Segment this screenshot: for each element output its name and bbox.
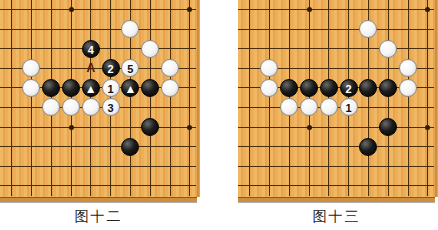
black-stone: [300, 79, 318, 97]
grid-hline: [0, 146, 196, 147]
white-stone: [379, 40, 397, 58]
black-stone: [379, 79, 397, 97]
white-stone: [280, 98, 298, 116]
white-stone-move-1: 1: [340, 98, 358, 116]
triangle-mark: ▲: [85, 82, 97, 96]
star-point: [307, 125, 312, 130]
black-stone: [42, 79, 60, 97]
white-stone: [399, 79, 417, 97]
black-stone-move-4: 4: [82, 40, 100, 58]
black-stone: [320, 79, 338, 97]
black-stone-move-2: 2: [102, 59, 120, 77]
board-bottom-edge: [0, 197, 197, 203]
grid-hline: [0, 9, 196, 10]
black-stone: [141, 118, 159, 136]
grid-hline: [0, 29, 196, 30]
go-board-figure-12: ▲1▲3254A: [0, 0, 197, 197]
white-stone: [399, 59, 417, 77]
black-stone: [379, 118, 397, 136]
white-stone: [161, 79, 179, 97]
page: { "game": "go (weiqi) problem diagrams, …: [0, 0, 438, 230]
star-point: [69, 125, 74, 130]
star-point: [69, 7, 74, 12]
white-stone: [82, 98, 100, 116]
white-stone: [320, 98, 338, 116]
grid-hline: [238, 185, 434, 186]
white-stone: [260, 79, 278, 97]
grid-hline: [238, 146, 434, 147]
grid-hline: [0, 127, 196, 128]
black-stone-triangle-marked: ▲: [82, 79, 100, 97]
grid-hline: [0, 185, 196, 186]
white-stone-move-1: 1: [102, 79, 120, 97]
grid-hline: [0, 166, 196, 167]
white-stone: [22, 79, 40, 97]
white-stone: [22, 59, 40, 77]
white-stone-move-3: 3: [102, 98, 120, 116]
grid-hline: [238, 9, 434, 10]
grid-hline: [238, 48, 434, 49]
white-stone: [141, 40, 159, 58]
board-bottom-edge: [238, 197, 435, 203]
star-point: [307, 7, 312, 12]
black-stone: [62, 79, 80, 97]
triangle-mark: ▲: [124, 82, 136, 96]
star-point: [425, 125, 430, 130]
point-label-A: A: [82, 59, 100, 77]
caption-figure-12: 图十二: [0, 208, 197, 226]
black-stone-move-2: 2: [340, 79, 358, 97]
black-stone: [359, 79, 377, 97]
black-stone: [141, 79, 159, 97]
go-board-figure-13: 21: [238, 0, 435, 197]
grid-hline: [238, 127, 434, 128]
grid-hline: [238, 29, 434, 30]
white-stone: [42, 98, 60, 116]
black-stone-triangle-marked: ▲: [121, 79, 139, 97]
black-stone: [121, 138, 139, 156]
black-stone: [280, 79, 298, 97]
star-point: [187, 125, 192, 130]
white-stone: [260, 59, 278, 77]
white-stone: [359, 20, 377, 38]
caption-figure-13: 图十三: [238, 208, 435, 226]
board-right-edge: [197, 0, 200, 197]
star-point: [425, 7, 430, 12]
star-point: [187, 7, 192, 12]
black-stone: [359, 138, 377, 156]
white-stone: [161, 59, 179, 77]
white-stone: [300, 98, 318, 116]
white-stone-move-5: 5: [121, 59, 139, 77]
grid-hline: [238, 166, 434, 167]
white-stone: [121, 20, 139, 38]
white-stone: [62, 98, 80, 116]
